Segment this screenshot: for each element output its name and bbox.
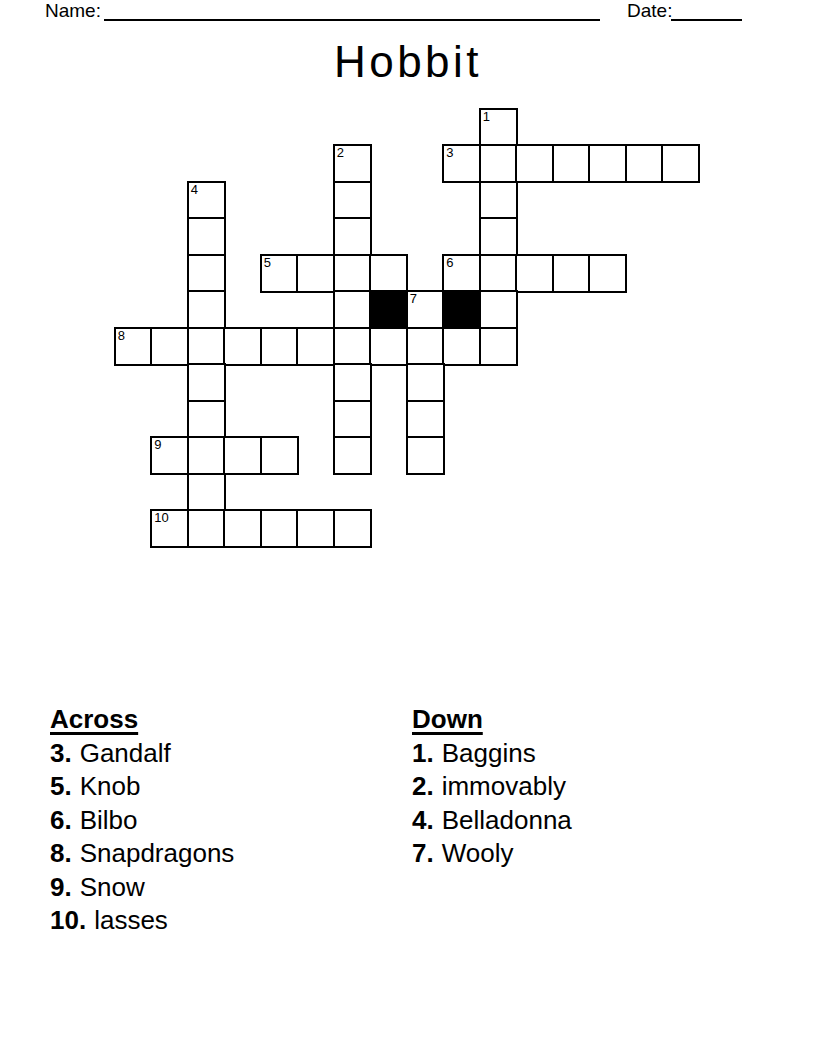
grid-cell[interactable] bbox=[187, 217, 226, 256]
black-cell bbox=[442, 290, 481, 329]
clue-number-label: 7. bbox=[412, 838, 434, 868]
name-blank-line[interactable] bbox=[104, 1, 600, 21]
grid-cell[interactable] bbox=[333, 290, 372, 329]
grid-cell[interactable] bbox=[187, 509, 226, 548]
grid-cell[interactable] bbox=[260, 327, 299, 366]
clue-answer: Baggins bbox=[442, 738, 536, 768]
grid-cell[interactable] bbox=[333, 181, 372, 220]
grid-cell[interactable] bbox=[333, 436, 372, 475]
grid-cell[interactable] bbox=[479, 217, 518, 256]
clue-number-label: 5. bbox=[50, 771, 72, 801]
grid-cell[interactable] bbox=[333, 363, 372, 402]
grid-cell[interactable] bbox=[187, 290, 226, 329]
grid-cell[interactable] bbox=[187, 254, 226, 293]
clue-number-label: 9. bbox=[50, 872, 72, 902]
grid-cell[interactable]: 5 bbox=[260, 254, 299, 293]
date-label: Date: bbox=[627, 1, 672, 20]
across-clues-section: Across 3.Gandalf5.Knob6.Bilbo8.Snapdrago… bbox=[50, 703, 234, 938]
clue-answer: lasses bbox=[94, 905, 168, 935]
grid-cell[interactable] bbox=[296, 509, 335, 548]
grid-cell[interactable] bbox=[479, 144, 518, 183]
grid-cell[interactable] bbox=[552, 254, 591, 293]
clue-item: 1.Baggins bbox=[412, 737, 572, 771]
clue-number-label: 6. bbox=[50, 805, 72, 835]
grid-cell[interactable] bbox=[625, 144, 664, 183]
grid-cell[interactable]: 1 bbox=[479, 108, 518, 147]
grid-cell[interactable]: 2 bbox=[333, 144, 372, 183]
clue-answer: Gandalf bbox=[80, 738, 171, 768]
down-header: Down bbox=[412, 703, 572, 737]
clue-answer: Wooly bbox=[442, 838, 514, 868]
grid-cell[interactable]: 4 bbox=[187, 181, 226, 220]
grid-cell[interactable] bbox=[661, 144, 700, 183]
clue-answer: Snapdragons bbox=[80, 838, 235, 868]
grid-cell[interactable] bbox=[223, 509, 262, 548]
grid-cell[interactable] bbox=[296, 327, 335, 366]
grid-cell[interactable] bbox=[369, 327, 408, 366]
grid-cell[interactable] bbox=[406, 327, 445, 366]
name-label: Name: bbox=[45, 1, 101, 20]
grid-cell[interactable] bbox=[442, 327, 481, 366]
grid-cell[interactable] bbox=[406, 436, 445, 475]
cell-number: 4 bbox=[191, 183, 198, 197]
clue-item: 7.Wooly bbox=[412, 837, 572, 871]
grid-cell[interactable] bbox=[260, 436, 299, 475]
across-clue-list: 3.Gandalf5.Knob6.Bilbo8.Snapdragons9.Sno… bbox=[50, 737, 234, 938]
clue-item: 4.Belladonna bbox=[412, 804, 572, 838]
puzzle-title: Hobbit bbox=[0, 38, 816, 86]
grid-cell[interactable] bbox=[260, 509, 299, 548]
grid-cell[interactable] bbox=[552, 144, 591, 183]
grid-cell[interactable] bbox=[333, 254, 372, 293]
clue-item: 9.Snow bbox=[50, 871, 234, 905]
grid-cell[interactable] bbox=[588, 254, 627, 293]
clue-item: 6.Bilbo bbox=[50, 804, 234, 838]
grid-cell[interactable] bbox=[333, 217, 372, 256]
grid-cell[interactable] bbox=[406, 400, 445, 439]
grid-cell[interactable] bbox=[187, 436, 226, 475]
grid-cell[interactable]: 9 bbox=[150, 436, 189, 475]
clue-number-label: 8. bbox=[50, 838, 72, 868]
grid-cell[interactable] bbox=[150, 327, 189, 366]
cell-number: 3 bbox=[446, 146, 453, 160]
cell-number: 7 bbox=[410, 292, 417, 306]
grid-cell[interactable] bbox=[588, 144, 627, 183]
clue-answer: Bilbo bbox=[80, 805, 138, 835]
clue-item: 10.lasses bbox=[50, 904, 234, 938]
clue-item: 5.Knob bbox=[50, 770, 234, 804]
grid-cell[interactable] bbox=[479, 327, 518, 366]
grid-cell[interactable] bbox=[479, 254, 518, 293]
grid-cell[interactable] bbox=[187, 473, 226, 512]
clue-answer: Snow bbox=[80, 872, 145, 902]
grid-cell[interactable] bbox=[223, 327, 262, 366]
grid-cell[interactable] bbox=[333, 509, 372, 548]
grid-cell[interactable]: 10 bbox=[150, 509, 189, 548]
clue-answer: Belladonna bbox=[442, 805, 572, 835]
grid-cell[interactable] bbox=[369, 254, 408, 293]
cell-number: 6 bbox=[446, 256, 453, 270]
date-blank-line[interactable] bbox=[671, 1, 742, 21]
grid-cell[interactable] bbox=[187, 400, 226, 439]
across-header: Across bbox=[50, 703, 234, 737]
down-clues-section: Down 1.Baggins2.immovably4.Belladonna7.W… bbox=[412, 703, 572, 871]
grid-cell[interactable] bbox=[333, 400, 372, 439]
cell-number: 8 bbox=[118, 329, 125, 343]
clue-item: 2.immovably bbox=[412, 770, 572, 804]
grid-cell[interactable] bbox=[515, 254, 554, 293]
clue-number-label: 2. bbox=[412, 771, 434, 801]
grid-cell[interactable] bbox=[296, 254, 335, 293]
clue-number-label: 10. bbox=[50, 905, 86, 935]
grid-cell[interactable] bbox=[333, 327, 372, 366]
grid-cell[interactable] bbox=[515, 144, 554, 183]
clue-item: 8.Snapdragons bbox=[50, 837, 234, 871]
cell-number: 5 bbox=[264, 256, 271, 270]
grid-cell[interactable]: 6 bbox=[442, 254, 481, 293]
grid-cell[interactable]: 3 bbox=[442, 144, 481, 183]
clue-answer: Knob bbox=[80, 771, 141, 801]
clue-answer: immovably bbox=[442, 771, 566, 801]
grid-cell[interactable] bbox=[187, 327, 226, 366]
grid-cell[interactable] bbox=[479, 290, 518, 329]
cell-number: 1 bbox=[483, 110, 490, 124]
cell-number: 10 bbox=[154, 511, 168, 525]
grid-cell[interactable] bbox=[406, 363, 445, 402]
grid-cell[interactable] bbox=[479, 181, 518, 220]
clue-number-label: 4. bbox=[412, 805, 434, 835]
grid-cell[interactable] bbox=[223, 436, 262, 475]
cell-number: 9 bbox=[154, 438, 161, 452]
clue-number-label: 3. bbox=[50, 738, 72, 768]
clue-number-label: 1. bbox=[412, 738, 434, 768]
cell-number: 2 bbox=[337, 146, 344, 160]
black-cell bbox=[369, 290, 408, 329]
down-clue-list: 1.Baggins2.immovably4.Belladonna7.Wooly bbox=[412, 737, 572, 871]
crossword-grid: 12345678910 bbox=[115, 109, 700, 548]
clue-item: 3.Gandalf bbox=[50, 737, 234, 771]
grid-cell[interactable]: 7 bbox=[406, 290, 445, 329]
grid-cell[interactable] bbox=[187, 363, 226, 402]
grid-cell[interactable]: 8 bbox=[114, 327, 153, 366]
